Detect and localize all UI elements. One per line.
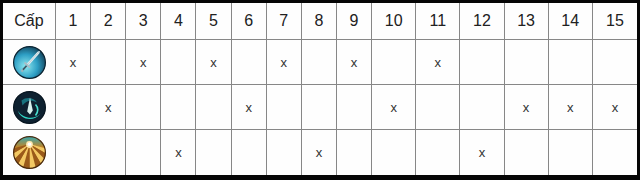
skill-3-mark-level-11 bbox=[416, 130, 460, 175]
sunburst-ultimate-skill-icon bbox=[13, 136, 46, 169]
skill-2-mark-level-6: x bbox=[232, 85, 267, 130]
skill-1-mark-level-9: x bbox=[337, 40, 372, 85]
header-level-4: 4 bbox=[161, 3, 196, 40]
skill-1-mark-level-14 bbox=[549, 40, 593, 85]
skill-2-mark-level-7 bbox=[267, 85, 302, 130]
skill-2-mark-level-10: x bbox=[372, 85, 416, 130]
skill-1-mark-level-2 bbox=[91, 40, 126, 85]
dark-whirl-blade-skill-icon bbox=[13, 91, 46, 124]
skill-3-mark-level-14 bbox=[549, 130, 593, 175]
header-level-14: 14 bbox=[549, 3, 593, 40]
header-level-11: 11 bbox=[416, 3, 460, 40]
skill-2-mark-level-4 bbox=[161, 85, 196, 130]
teal-sword-skill-icon bbox=[13, 46, 46, 79]
header-level-7: 7 bbox=[267, 3, 302, 40]
header-level-8: 8 bbox=[302, 3, 337, 40]
skill-2-mark-level-2: x bbox=[91, 85, 126, 130]
skill-1-mark-level-13 bbox=[505, 40, 549, 85]
skill-3-mark-level-5 bbox=[196, 130, 231, 175]
skill-row-1-icon-cell bbox=[3, 40, 56, 85]
header-level-2: 2 bbox=[91, 3, 126, 40]
skill-3-mark-level-4: x bbox=[161, 130, 196, 175]
skill-1-mark-level-12 bbox=[460, 40, 504, 85]
header-level-6: 6 bbox=[232, 3, 267, 40]
skill-1-mark-level-3: x bbox=[126, 40, 161, 85]
skill-2-mark-level-15: x bbox=[593, 85, 637, 130]
skill-1-mark-level-1: x bbox=[56, 40, 91, 85]
header-level-3: 3 bbox=[126, 3, 161, 40]
skill-3-mark-level-13 bbox=[505, 130, 549, 175]
skill-3-mark-level-15 bbox=[593, 130, 637, 175]
skill-2-mark-level-9 bbox=[337, 85, 372, 130]
skill-1-mark-level-6 bbox=[232, 40, 267, 85]
skill-3-mark-level-6 bbox=[232, 130, 267, 175]
skill-3-mark-level-7 bbox=[267, 130, 302, 175]
header-level-1: 1 bbox=[56, 3, 91, 40]
header-level-9: 9 bbox=[337, 3, 372, 40]
skill-1-mark-level-15 bbox=[593, 40, 637, 85]
skill-row-2-icon-cell bbox=[3, 85, 56, 130]
skill-order-table: Cấp123456789101112131415xxxxxxxxxxxxxxx bbox=[0, 0, 640, 180]
skill-1-mark-level-4 bbox=[161, 40, 196, 85]
skill-3-mark-level-12: x bbox=[460, 130, 504, 175]
skill-2-mark-level-12 bbox=[460, 85, 504, 130]
skill-3-mark-level-9 bbox=[337, 130, 372, 175]
skill-3-mark-level-10 bbox=[372, 130, 416, 175]
skill-1-mark-level-5: x bbox=[196, 40, 231, 85]
skill-3-mark-level-2 bbox=[91, 130, 126, 175]
skill-3-mark-level-1 bbox=[56, 130, 91, 175]
header-level-label: Cấp bbox=[3, 3, 56, 40]
skill-1-mark-level-8 bbox=[302, 40, 337, 85]
skill-2-mark-level-11 bbox=[416, 85, 460, 130]
header-level-12: 12 bbox=[460, 3, 504, 40]
header-level-10: 10 bbox=[372, 3, 416, 40]
skill-2-mark-level-8 bbox=[302, 85, 337, 130]
skill-2-mark-level-1 bbox=[56, 85, 91, 130]
header-level-5: 5 bbox=[196, 3, 231, 40]
skill-1-mark-level-11: x bbox=[416, 40, 460, 85]
skill-3-mark-level-8: x bbox=[302, 130, 337, 175]
skill-row-3-icon-cell bbox=[3, 130, 56, 175]
skill-2-mark-level-13: x bbox=[505, 85, 549, 130]
header-level-13: 13 bbox=[505, 3, 549, 40]
skill-2-mark-level-5 bbox=[196, 85, 231, 130]
skill-2-mark-level-3 bbox=[126, 85, 161, 130]
skill-3-mark-level-3 bbox=[126, 130, 161, 175]
skill-1-mark-level-7: x bbox=[267, 40, 302, 85]
skill-1-mark-level-10 bbox=[372, 40, 416, 85]
skill-2-mark-level-14: x bbox=[549, 85, 593, 130]
header-level-15: 15 bbox=[593, 3, 637, 40]
